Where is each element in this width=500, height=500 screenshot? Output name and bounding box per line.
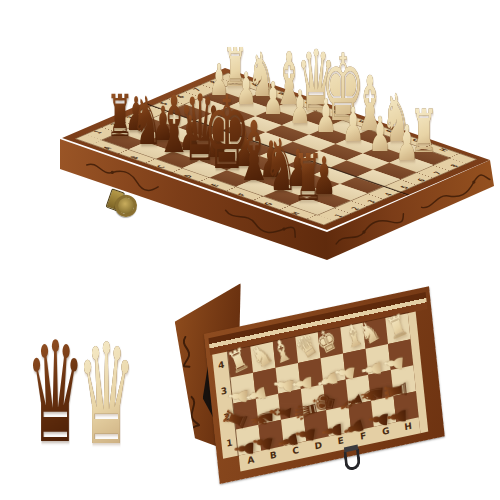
metal-clasp <box>343 448 361 471</box>
folded-file-label-a: A <box>242 452 259 468</box>
scroll-carving-icon <box>185 393 202 430</box>
carving-ornament-strip <box>175 320 205 444</box>
folded-file-label-f: F <box>355 428 372 444</box>
folded-file-label-h: H <box>400 419 417 435</box>
keyhole-carving-icon <box>164 197 178 211</box>
folded-file-label-b: B <box>265 448 282 464</box>
standalone-light-queen: ♛ <box>75 341 137 465</box>
folded-file-label-d: D <box>310 438 327 454</box>
folded-file-label-c: C <box>287 443 304 459</box>
flat-board-half: 4321 ABCDEFGH ♜♞♝♛♚♝♞♜♟♟♟♟♟♟♟♟♜♞♝♛♚♝♞♜♟♟… <box>204 286 445 484</box>
scroll-carving-icon <box>178 333 195 370</box>
product-photo: AABBCCDDEEFFGGHH1122334455667788 ♜♞♝♛♚♝♞… <box>0 0 500 500</box>
folded-file-label-g: G <box>377 424 394 440</box>
folded-chess-board: 4321 ABCDEFGH ♜♞♝♛♚♝♞♜♟♟♟♟♟♟♟♟♜♞♝♛♚♝♞♜♟♟… <box>204 286 445 484</box>
light-queen-icon: ♛ <box>76 325 135 465</box>
